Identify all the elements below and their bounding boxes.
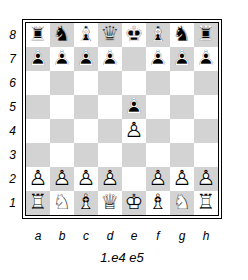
piece-outline-layer: ♘ bbox=[50, 191, 74, 215]
black-queen: ♛♕ bbox=[98, 23, 122, 47]
white-bishop: ♝♗ bbox=[146, 191, 170, 215]
white-pawn: ♟♙ bbox=[170, 167, 194, 191]
square-h7[interactable]: ♟♙ bbox=[194, 47, 218, 71]
square-c2[interactable]: ♟♙ bbox=[74, 167, 98, 191]
square-d4[interactable] bbox=[98, 119, 122, 143]
white-pawn: ♟♙ bbox=[74, 167, 98, 191]
piece-outline-layer: ♖ bbox=[194, 191, 218, 215]
piece-outline-layer: ♖ bbox=[26, 191, 50, 215]
black-pawn: ♟♙ bbox=[50, 47, 74, 71]
white-knight: ♞♘ bbox=[170, 191, 194, 215]
piece-outline-layer: ♕ bbox=[98, 191, 122, 215]
white-pawn: ♟♙ bbox=[146, 167, 170, 191]
square-d3[interactable] bbox=[98, 143, 122, 167]
square-f5[interactable] bbox=[146, 95, 170, 119]
square-d7[interactable]: ♟♙ bbox=[98, 47, 122, 71]
square-e8[interactable]: ♚♔ bbox=[122, 23, 146, 47]
square-e7[interactable] bbox=[122, 47, 146, 71]
piece-outline-layer: ♗ bbox=[146, 191, 170, 215]
file-label-g: g bbox=[170, 228, 194, 244]
square-h3[interactable] bbox=[194, 143, 218, 167]
square-a2[interactable]: ♟♙ bbox=[26, 167, 50, 191]
square-d6[interactable] bbox=[98, 71, 122, 95]
square-a6[interactable] bbox=[26, 71, 50, 95]
square-c6[interactable] bbox=[74, 71, 98, 95]
rank-label-6: 6 bbox=[0, 71, 16, 95]
white-rook: ♜♖ bbox=[26, 191, 50, 215]
square-d5[interactable] bbox=[98, 95, 122, 119]
white-king: ♚♔ bbox=[122, 191, 146, 215]
square-a5[interactable] bbox=[26, 95, 50, 119]
rank-label-1: 1 bbox=[0, 191, 16, 215]
black-bishop: ♝♗ bbox=[146, 23, 170, 47]
file-labels: a b c d e f g h bbox=[26, 228, 218, 244]
square-h2[interactable]: ♟♙ bbox=[194, 167, 218, 191]
square-c4[interactable] bbox=[74, 119, 98, 143]
white-rook: ♜♖ bbox=[194, 191, 218, 215]
square-c7[interactable]: ♟♙ bbox=[74, 47, 98, 71]
square-b5[interactable] bbox=[50, 95, 74, 119]
white-pawn: ♟♙ bbox=[26, 167, 50, 191]
square-h8[interactable]: ♜♖ bbox=[194, 23, 218, 47]
white-queen: ♛♕ bbox=[98, 191, 122, 215]
piece-outline-layer: ♙ bbox=[146, 167, 170, 191]
piece-outline-layer: ♙ bbox=[170, 167, 194, 191]
black-bishop: ♝♗ bbox=[74, 23, 98, 47]
square-f8[interactable]: ♝♗ bbox=[146, 23, 170, 47]
square-f2[interactable]: ♟♙ bbox=[146, 167, 170, 191]
square-e2[interactable] bbox=[122, 167, 146, 191]
black-rook: ♜♖ bbox=[26, 23, 50, 47]
rank-label-7: 7 bbox=[0, 47, 16, 71]
rank-label-2: 2 bbox=[0, 167, 16, 191]
chess-board-frame: ♜♖♞♘♝♗♛♕♚♔♝♗♞♘♜♖♟♙♟♙♟♙♟♙♟♙♟♙♟♙♟♙♟♙♟♙♟♙♟♙… bbox=[22, 19, 222, 219]
file-label-c: c bbox=[74, 228, 98, 244]
piece-outline-layer: ♙ bbox=[50, 167, 74, 191]
black-pawn: ♟♙ bbox=[74, 47, 98, 71]
white-pawn: ♟♙ bbox=[50, 167, 74, 191]
piece-outline-layer: ♖ bbox=[26, 23, 50, 47]
square-c5[interactable] bbox=[74, 95, 98, 119]
piece-outline-layer: ♙ bbox=[194, 167, 218, 191]
piece-outline-layer: ♙ bbox=[122, 119, 146, 143]
piece-outline-layer: ♔ bbox=[122, 191, 146, 215]
black-pawn: ♟♙ bbox=[26, 47, 50, 71]
square-c1[interactable]: ♝♗ bbox=[74, 191, 98, 215]
piece-outline-layer: ♘ bbox=[50, 23, 74, 47]
file-label-e: e bbox=[122, 228, 146, 244]
square-b4[interactable] bbox=[50, 119, 74, 143]
black-pawn: ♟♙ bbox=[146, 47, 170, 71]
square-g7[interactable]: ♟♙ bbox=[170, 47, 194, 71]
square-e1[interactable]: ♚♔ bbox=[122, 191, 146, 215]
square-f6[interactable] bbox=[146, 71, 170, 95]
file-label-b: b bbox=[50, 228, 74, 244]
square-g5[interactable] bbox=[170, 95, 194, 119]
black-pawn: ♟♙ bbox=[170, 47, 194, 71]
white-pawn: ♟♙ bbox=[122, 119, 146, 143]
square-a3[interactable] bbox=[26, 143, 50, 167]
square-a8[interactable]: ♜♖ bbox=[26, 23, 50, 47]
square-f1[interactable]: ♝♗ bbox=[146, 191, 170, 215]
rank-labels: 8 7 6 5 4 3 2 1 bbox=[0, 23, 16, 215]
black-knight: ♞♘ bbox=[50, 23, 74, 47]
piece-outline-layer: ♙ bbox=[26, 47, 50, 71]
black-king: ♚♔ bbox=[122, 23, 146, 47]
square-h4[interactable] bbox=[194, 119, 218, 143]
square-g4[interactable] bbox=[170, 119, 194, 143]
square-e3[interactable] bbox=[122, 143, 146, 167]
square-b3[interactable] bbox=[50, 143, 74, 167]
move-caption: 1.e4 e5 bbox=[22, 250, 222, 265]
white-pawn: ♟♙ bbox=[194, 167, 218, 191]
piece-outline-layer: ♘ bbox=[170, 23, 194, 47]
piece-outline-layer: ♗ bbox=[146, 23, 170, 47]
square-g6[interactable] bbox=[170, 71, 194, 95]
square-g2[interactable]: ♟♙ bbox=[170, 167, 194, 191]
square-g1[interactable]: ♞♘ bbox=[170, 191, 194, 215]
square-c3[interactable] bbox=[74, 143, 98, 167]
square-e6[interactable] bbox=[122, 71, 146, 95]
piece-outline-layer: ♙ bbox=[26, 167, 50, 191]
square-a7[interactable]: ♟♙ bbox=[26, 47, 50, 71]
square-d2[interactable]: ♟♙ bbox=[98, 167, 122, 191]
piece-outline-layer: ♔ bbox=[122, 23, 146, 47]
square-g8[interactable]: ♞♘ bbox=[170, 23, 194, 47]
white-bishop: ♝♗ bbox=[74, 191, 98, 215]
black-pawn: ♟♙ bbox=[98, 47, 122, 71]
square-h5[interactable] bbox=[194, 95, 218, 119]
piece-outline-layer: ♙ bbox=[194, 47, 218, 71]
square-e4[interactable]: ♟♙ bbox=[122, 119, 146, 143]
chess-diagram: 8 7 6 5 4 3 2 1 ♜♖♞♘♝♗♛♕♚♔♝♗♞♘♜♖♟♙♟♙♟♙♟♙… bbox=[0, 0, 248, 280]
white-pawn: ♟♙ bbox=[98, 167, 122, 191]
square-d8[interactable]: ♛♕ bbox=[98, 23, 122, 47]
rank-label-3: 3 bbox=[0, 143, 16, 167]
rank-label-5: 5 bbox=[0, 95, 16, 119]
square-b6[interactable] bbox=[50, 71, 74, 95]
piece-outline-layer: ♙ bbox=[74, 167, 98, 191]
square-d1[interactable]: ♛♕ bbox=[98, 191, 122, 215]
file-label-h: h bbox=[194, 228, 218, 244]
piece-outline-layer: ♙ bbox=[146, 47, 170, 71]
piece-outline-layer: ♗ bbox=[74, 191, 98, 215]
black-rook: ♜♖ bbox=[194, 23, 218, 47]
piece-outline-layer: ♙ bbox=[170, 47, 194, 71]
black-pawn: ♟♙ bbox=[194, 47, 218, 71]
rank-label-8: 8 bbox=[0, 23, 16, 47]
square-b8[interactable]: ♞♘ bbox=[50, 23, 74, 47]
square-f4[interactable] bbox=[146, 119, 170, 143]
square-b2[interactable]: ♟♙ bbox=[50, 167, 74, 191]
piece-outline-layer: ♗ bbox=[74, 23, 98, 47]
file-label-a: a bbox=[26, 228, 50, 244]
piece-outline-layer: ♙ bbox=[98, 167, 122, 191]
square-b7[interactable]: ♟♙ bbox=[50, 47, 74, 71]
piece-outline-layer: ♕ bbox=[98, 23, 122, 47]
file-label-f: f bbox=[146, 228, 170, 244]
file-label-d: d bbox=[98, 228, 122, 244]
square-h1[interactable]: ♜♖ bbox=[194, 191, 218, 215]
square-g3[interactable] bbox=[170, 143, 194, 167]
piece-outline-layer: ♙ bbox=[74, 47, 98, 71]
square-a4[interactable] bbox=[26, 119, 50, 143]
black-pawn: ♟♙ bbox=[122, 95, 146, 119]
piece-outline-layer: ♙ bbox=[122, 95, 146, 119]
white-knight: ♞♘ bbox=[50, 191, 74, 215]
piece-outline-layer: ♙ bbox=[98, 47, 122, 71]
square-b1[interactable]: ♞♘ bbox=[50, 191, 74, 215]
square-h6[interactable] bbox=[194, 71, 218, 95]
square-f7[interactable]: ♟♙ bbox=[146, 47, 170, 71]
square-f3[interactable] bbox=[146, 143, 170, 167]
piece-outline-layer: ♖ bbox=[194, 23, 218, 47]
rank-label-4: 4 bbox=[0, 119, 16, 143]
square-c8[interactable]: ♝♗ bbox=[74, 23, 98, 47]
chess-board: ♜♖♞♘♝♗♛♕♚♔♝♗♞♘♜♖♟♙♟♙♟♙♟♙♟♙♟♙♟♙♟♙♟♙♟♙♟♙♟♙… bbox=[25, 22, 219, 216]
piece-outline-layer: ♙ bbox=[50, 47, 74, 71]
black-knight: ♞♘ bbox=[170, 23, 194, 47]
piece-outline-layer: ♘ bbox=[170, 191, 194, 215]
square-a1[interactable]: ♜♖ bbox=[26, 191, 50, 215]
square-e5[interactable]: ♟♙ bbox=[122, 95, 146, 119]
